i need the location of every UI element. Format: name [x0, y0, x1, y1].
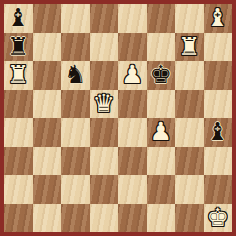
square-c4[interactable] — [61, 118, 90, 147]
square-f5[interactable] — [147, 90, 176, 119]
square-e5[interactable] — [118, 90, 147, 119]
square-d4[interactable] — [90, 118, 119, 147]
square-a4[interactable] — [4, 118, 33, 147]
square-b5[interactable] — [33, 90, 62, 119]
white-pawn[interactable]: ♟ — [121, 61, 143, 89]
square-d2[interactable] — [90, 175, 119, 204]
square-h6[interactable] — [204, 61, 233, 90]
square-a3[interactable] — [4, 147, 33, 176]
square-h1[interactable]: ♚ — [204, 204, 233, 233]
white-rook[interactable]: ♜ — [7, 61, 29, 89]
white-rook[interactable]: ♜ — [178, 33, 200, 61]
square-g8[interactable] — [175, 4, 204, 33]
square-b2[interactable] — [33, 175, 62, 204]
square-e2[interactable] — [118, 175, 147, 204]
square-b7[interactable] — [33, 33, 62, 62]
square-f7[interactable] — [147, 33, 176, 62]
square-a8[interactable]: ♝ — [4, 4, 33, 33]
black-knight[interactable]: ♞ — [64, 61, 86, 89]
square-b1[interactable] — [33, 204, 62, 233]
black-bishop[interactable]: ♝ — [207, 118, 229, 146]
white-pawn[interactable]: ♟ — [150, 118, 172, 146]
square-h2[interactable] — [204, 175, 233, 204]
black-rook[interactable]: ♜ — [7, 33, 29, 61]
white-bishop[interactable]: ♝ — [207, 4, 229, 32]
square-a5[interactable] — [4, 90, 33, 119]
square-h3[interactable] — [204, 147, 233, 176]
square-d8[interactable] — [90, 4, 119, 33]
square-f2[interactable] — [147, 175, 176, 204]
square-d1[interactable] — [90, 204, 119, 233]
square-d7[interactable] — [90, 33, 119, 62]
square-e1[interactable] — [118, 204, 147, 233]
square-e8[interactable] — [118, 4, 147, 33]
square-b3[interactable] — [33, 147, 62, 176]
square-a1[interactable] — [4, 204, 33, 233]
square-g1[interactable] — [175, 204, 204, 233]
black-king[interactable]: ♚ — [150, 61, 172, 89]
square-c1[interactable] — [61, 204, 90, 233]
white-queen[interactable]: ♛ — [93, 90, 115, 118]
square-g2[interactable] — [175, 175, 204, 204]
square-g5[interactable] — [175, 90, 204, 119]
square-d6[interactable] — [90, 61, 119, 90]
square-h4[interactable]: ♝ — [204, 118, 233, 147]
square-a6[interactable]: ♜ — [4, 61, 33, 90]
square-h7[interactable] — [204, 33, 233, 62]
square-e4[interactable] — [118, 118, 147, 147]
square-c3[interactable] — [61, 147, 90, 176]
square-c8[interactable] — [61, 4, 90, 33]
square-g6[interactable] — [175, 61, 204, 90]
square-c5[interactable] — [61, 90, 90, 119]
square-c6[interactable]: ♞ — [61, 61, 90, 90]
square-f4[interactable]: ♟ — [147, 118, 176, 147]
square-c2[interactable] — [61, 175, 90, 204]
square-b4[interactable] — [33, 118, 62, 147]
square-e7[interactable] — [118, 33, 147, 62]
chess-board: ♝♝♜♜♜♞♟♚♛♟♝♚ — [4, 4, 232, 232]
square-f3[interactable] — [147, 147, 176, 176]
square-g7[interactable]: ♜ — [175, 33, 204, 62]
square-g3[interactable] — [175, 147, 204, 176]
square-g4[interactable] — [175, 118, 204, 147]
chess-board-frame: ♝♝♜♜♜♞♟♚♛♟♝♚ — [0, 0, 236, 236]
square-h8[interactable]: ♝ — [204, 4, 233, 33]
square-d3[interactable] — [90, 147, 119, 176]
square-b6[interactable] — [33, 61, 62, 90]
square-d5[interactable]: ♛ — [90, 90, 119, 119]
square-b8[interactable] — [33, 4, 62, 33]
square-h5[interactable] — [204, 90, 233, 119]
square-f8[interactable] — [147, 4, 176, 33]
black-bishop[interactable]: ♝ — [7, 4, 29, 32]
white-king[interactable]: ♚ — [207, 204, 229, 232]
square-e3[interactable] — [118, 147, 147, 176]
square-f1[interactable] — [147, 204, 176, 233]
square-a2[interactable] — [4, 175, 33, 204]
square-f6[interactable]: ♚ — [147, 61, 176, 90]
square-e6[interactable]: ♟ — [118, 61, 147, 90]
square-c7[interactable] — [61, 33, 90, 62]
square-a7[interactable]: ♜ — [4, 33, 33, 62]
